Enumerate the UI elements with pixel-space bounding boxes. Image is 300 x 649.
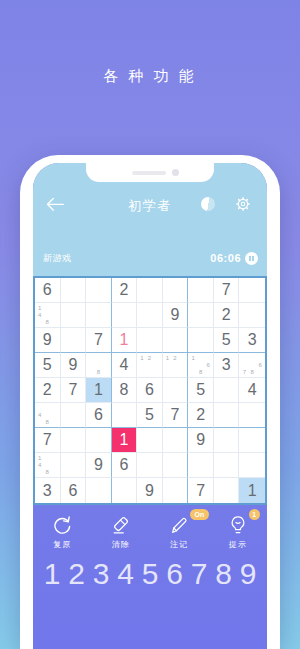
hint-count-badge: 1 xyxy=(249,509,260,520)
pencil-notes: 148 xyxy=(36,304,59,326)
numpad-2[interactable]: 2 xyxy=(65,557,89,591)
cell-r2c5[interactable] xyxy=(137,303,163,328)
number-pad: 1 2 3 4 5 6 7 8 9 xyxy=(40,557,260,591)
cell-r7c9[interactable] xyxy=(239,428,265,453)
cell-r8c6[interactable] xyxy=(163,453,189,478)
cell-r3c6[interactable] xyxy=(163,328,189,353)
cell-value: 2 xyxy=(196,406,205,424)
cell-r2c2[interactable] xyxy=(61,303,87,328)
cell-r5c9[interactable]: 4 xyxy=(239,378,265,403)
cell-r5c7[interactable]: 5 xyxy=(188,378,214,403)
hint-label: 提示 xyxy=(229,539,247,550)
cell-r6c1[interactable]: 48 xyxy=(35,403,61,428)
cell-r2c7[interactable] xyxy=(188,303,214,328)
pause-icon xyxy=(252,256,254,261)
cell-r2c8[interactable]: 2 xyxy=(214,303,240,328)
cell-value: 4 xyxy=(248,381,257,399)
cell-value: 1 xyxy=(119,431,128,449)
cell-r6c6[interactable]: 7 xyxy=(163,403,189,428)
cell-value: 1 xyxy=(119,331,128,349)
pause-button[interactable] xyxy=(245,252,258,265)
cell-r6c8[interactable] xyxy=(214,403,240,428)
cell-value: 2 xyxy=(119,281,128,299)
cell-value: 9 xyxy=(196,431,205,449)
cell-r7c3[interactable] xyxy=(86,428,112,453)
cell-value: 5 xyxy=(222,331,231,349)
numpad-8[interactable]: 8 xyxy=(212,557,236,591)
cell-r3c4[interactable]: 1 xyxy=(112,328,138,353)
cell-r7c2[interactable] xyxy=(61,428,87,453)
cell-r1c8[interactable]: 7 xyxy=(214,278,240,303)
camera-icon xyxy=(172,169,179,176)
cell-r3c1[interactable]: 9 xyxy=(35,328,61,353)
cell-r5c4[interactable]: 8 xyxy=(112,378,138,403)
cell-r4c8[interactable]: 3 xyxy=(214,353,240,378)
numpad-1[interactable]: 1 xyxy=(40,557,64,591)
half-moon-icon[interactable] xyxy=(201,197,215,211)
toolbar: 复原 清除 On xyxy=(33,514,267,550)
cell-r8c1[interactable]: 148 xyxy=(35,453,61,478)
pencil-notes: 8 xyxy=(87,354,110,376)
app-store-screenshot: 各 种 功 能 初学者 xyxy=(0,0,300,649)
cell-r3c8[interactable]: 5 xyxy=(214,328,240,353)
cell-r1c1[interactable]: 6 xyxy=(35,278,61,303)
cell-value: 6 xyxy=(43,281,52,299)
cell-value: 7 xyxy=(43,431,52,449)
cell-r6c7[interactable]: 2 xyxy=(188,403,214,428)
cell-r8c9[interactable] xyxy=(239,453,265,478)
cell-r3c7[interactable] xyxy=(188,328,214,353)
cell-r2c4[interactable] xyxy=(112,303,138,328)
cell-r9c4[interactable] xyxy=(112,478,138,503)
cell-r1c9[interactable] xyxy=(239,278,265,303)
cell-r5c1[interactable]: 2 xyxy=(35,378,61,403)
cell-r9c5[interactable]: 9 xyxy=(137,478,163,503)
cell-r3c3[interactable]: 7 xyxy=(86,328,112,353)
eraser-icon xyxy=(110,514,132,536)
notes-on-badge: On xyxy=(190,509,210,520)
cell-r3c9[interactable]: 3 xyxy=(239,328,265,353)
cell-value: 6 xyxy=(68,482,77,500)
cell-r2c1[interactable]: 148 xyxy=(35,303,61,328)
cell-value: 9 xyxy=(68,356,77,374)
cell-r9c8[interactable] xyxy=(214,478,240,503)
timer: 06:06 xyxy=(210,252,241,264)
cell-r5c5[interactable]: 6 xyxy=(137,378,163,403)
undo-icon xyxy=(51,514,73,536)
cell-value: 5 xyxy=(145,406,154,424)
cell-r8c8[interactable] xyxy=(214,453,240,478)
cell-r1c2[interactable] xyxy=(61,278,87,303)
phone-screen: 初学者 xyxy=(33,163,267,649)
pencil-notes: 12 xyxy=(138,354,161,376)
cell-r4c9[interactable]: 678 xyxy=(239,353,265,378)
cell-r3c2[interactable] xyxy=(61,328,87,353)
cell-value: 5 xyxy=(196,381,205,399)
cell-r3c5[interactable] xyxy=(137,328,163,353)
numpad-6[interactable]: 6 xyxy=(163,557,187,591)
cell-r7c6[interactable] xyxy=(163,428,189,453)
cell-r8c5[interactable] xyxy=(137,453,163,478)
cell-r6c5[interactable]: 5 xyxy=(137,403,163,428)
notes-button[interactable]: On 注记 xyxy=(155,514,203,550)
pencil-notes: 148 xyxy=(36,454,59,476)
undo-label: 复原 xyxy=(53,539,71,550)
phone-notch xyxy=(86,163,214,182)
numpad-3[interactable]: 3 xyxy=(89,557,113,591)
undo-button[interactable]: 复原 xyxy=(38,514,86,550)
settings-button[interactable] xyxy=(234,195,252,213)
cell-value: 9 xyxy=(171,306,180,324)
cell-r7c4[interactable]: 1 xyxy=(112,428,138,453)
phone-mockup: 初学者 xyxy=(20,155,280,649)
cell-r9c2[interactable]: 6 xyxy=(61,478,87,503)
cell-value: 1 xyxy=(94,381,103,399)
cell-r8c4[interactable]: 6 xyxy=(112,453,138,478)
cell-r2c6[interactable]: 9 xyxy=(163,303,189,328)
cell-r6c3[interactable]: 6 xyxy=(86,403,112,428)
cell-value: 1 xyxy=(248,482,257,500)
sudoku-grid: 6271489297153598412121683678271865448657… xyxy=(33,276,267,505)
pencil-notes: 48 xyxy=(36,404,59,426)
cell-r1c6[interactable] xyxy=(163,278,189,303)
cell-value: 6 xyxy=(119,456,128,474)
cell-value: 6 xyxy=(145,381,154,399)
gear-icon xyxy=(234,195,252,213)
cell-value: 3 xyxy=(248,331,257,349)
cell-r7c8[interactable] xyxy=(214,428,240,453)
cell-value: 3 xyxy=(222,356,231,374)
cell-r4c4[interactable]: 4 xyxy=(112,353,138,378)
cell-r4c2[interactable]: 9 xyxy=(61,353,87,378)
cell-value: 4 xyxy=(119,356,128,374)
pencil-notes: 168 xyxy=(189,354,212,376)
app-header: 初学者 xyxy=(33,193,267,217)
cell-r6c4[interactable] xyxy=(112,403,138,428)
cell-value: 2 xyxy=(222,306,231,324)
cell-r8c3[interactable]: 9 xyxy=(86,453,112,478)
numpad-4[interactable]: 4 xyxy=(114,557,138,591)
page-title: 各 种 功 能 xyxy=(0,67,300,86)
notes-label: 注记 xyxy=(170,539,188,550)
pause-icon xyxy=(249,256,251,261)
cell-r7c1[interactable]: 7 xyxy=(35,428,61,453)
cell-value: 7 xyxy=(222,281,231,299)
pencil-notes: 12 xyxy=(164,354,187,376)
cell-r7c5[interactable] xyxy=(137,428,163,453)
cell-r5c8[interactable] xyxy=(214,378,240,403)
cell-r2c9[interactable] xyxy=(239,303,265,328)
cell-r5c3[interactable]: 1 xyxy=(86,378,112,403)
cell-r4c7[interactable]: 168 xyxy=(188,353,214,378)
cell-r4c1[interactable]: 5 xyxy=(35,353,61,378)
cell-value: 9 xyxy=(43,331,52,349)
cell-r1c5[interactable] xyxy=(137,278,163,303)
timer-group: 06:06 xyxy=(210,252,258,265)
cell-r4c6[interactable]: 12 xyxy=(163,353,189,378)
cell-value: 2 xyxy=(43,381,52,399)
cell-r1c4[interactable]: 2 xyxy=(112,278,138,303)
cell-r9c7[interactable]: 7 xyxy=(188,478,214,503)
speaker-icon xyxy=(132,171,166,175)
cell-r7c7[interactable]: 9 xyxy=(188,428,214,453)
bulb-icon xyxy=(227,514,249,536)
hint-button[interactable]: 1 提示 xyxy=(214,514,262,550)
cell-value: 7 xyxy=(94,331,103,349)
cell-r9c6[interactable] xyxy=(163,478,189,503)
cell-r6c9[interactable] xyxy=(239,403,265,428)
pencil-icon xyxy=(168,514,190,536)
numpad-7[interactable]: 7 xyxy=(187,557,211,591)
cell-value: 7 xyxy=(171,406,180,424)
numpad-5[interactable]: 5 xyxy=(138,557,162,591)
cell-r9c3[interactable] xyxy=(86,478,112,503)
cell-r6c2[interactable] xyxy=(61,403,87,428)
new-game-button[interactable]: 新游戏 xyxy=(43,252,72,265)
cell-r5c6[interactable] xyxy=(163,378,189,403)
cell-value: 9 xyxy=(145,482,154,500)
erase-button[interactable]: 清除 xyxy=(97,514,145,550)
cell-r2c3[interactable] xyxy=(86,303,112,328)
cell-value: 7 xyxy=(68,381,77,399)
cell-value: 6 xyxy=(94,406,103,424)
cell-value: 8 xyxy=(119,381,128,399)
status-row: 新游戏 06:06 xyxy=(43,249,258,267)
cell-value: 3 xyxy=(43,482,52,500)
cell-r9c1[interactable]: 3 xyxy=(35,478,61,503)
numpad-9[interactable]: 9 xyxy=(236,557,260,591)
cell-r8c2[interactable] xyxy=(61,453,87,478)
difficulty-title: 初学者 xyxy=(33,197,267,215)
cell-r8c7[interactable] xyxy=(188,453,214,478)
cell-r1c3[interactable] xyxy=(86,278,112,303)
cell-value: 7 xyxy=(196,482,205,500)
cell-r9c9[interactable]: 1 xyxy=(239,478,265,503)
cell-r4c5[interactable]: 12 xyxy=(137,353,163,378)
cell-r4c3[interactable]: 8 xyxy=(86,353,112,378)
cell-value: 5 xyxy=(43,356,52,374)
cell-r1c7[interactable] xyxy=(188,278,214,303)
cell-value: 9 xyxy=(94,456,103,474)
cell-r5c2[interactable]: 7 xyxy=(61,378,87,403)
erase-label: 清除 xyxy=(112,539,130,550)
pencil-notes: 678 xyxy=(240,354,264,376)
